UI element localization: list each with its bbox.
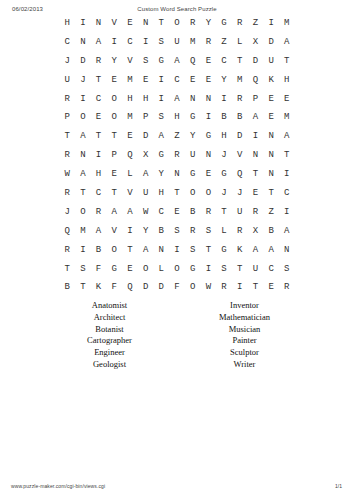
grid-cell: A xyxy=(248,108,264,127)
grid-cell: O xyxy=(75,108,91,127)
grid-cell: U xyxy=(232,203,248,222)
grid-cell: G xyxy=(216,241,232,260)
print-footer: www.puzzle-maker.com/cgi-bin/views.cgi 1… xyxy=(0,481,354,489)
grid-cell: D xyxy=(153,278,169,297)
grid-cell: C xyxy=(169,71,185,90)
grid-cell: Y xyxy=(106,52,122,71)
grid-cell: E xyxy=(263,108,279,127)
grid-cell: N xyxy=(201,146,217,165)
grid-cell: Q xyxy=(248,71,264,90)
grid-cell: T xyxy=(169,184,185,203)
grid-cell: T xyxy=(75,184,91,203)
grid-cell: L xyxy=(216,222,232,241)
grid-cell: O xyxy=(169,260,185,279)
grid-cell: I xyxy=(75,241,91,260)
word-list-item: Musician xyxy=(177,324,312,336)
grid-cell: P xyxy=(59,108,75,127)
grid-cell: P xyxy=(106,146,122,165)
grid-cell: E xyxy=(201,165,217,184)
word-list: AnatomistArchitectBotanistCartographerEn… xyxy=(42,300,312,371)
grid-cell: I xyxy=(75,14,91,33)
grid-cell: T xyxy=(232,52,248,71)
grid-cell: I xyxy=(201,260,217,279)
grid-cell: E xyxy=(138,71,154,90)
grid-cell: Q xyxy=(185,52,201,71)
grid-cell: R xyxy=(59,90,75,109)
grid-cell: G xyxy=(185,108,201,127)
grid-cell: E xyxy=(263,278,279,297)
grid-cell: Q xyxy=(122,146,138,165)
grid-cell: A xyxy=(75,127,91,146)
grid-cell: C xyxy=(153,203,169,222)
grid-cell: T xyxy=(91,127,107,146)
grid-cell: G xyxy=(153,146,169,165)
grid-cell: H xyxy=(216,127,232,146)
grid-cell: O xyxy=(185,278,201,297)
grid-cell: R xyxy=(59,146,75,165)
grid-cell: N xyxy=(75,33,91,52)
grid-cell: A xyxy=(122,203,138,222)
grid-cell: C xyxy=(263,260,279,279)
grid-cell: J xyxy=(59,52,75,71)
grid-cell: H xyxy=(153,184,169,203)
grid-cell: R xyxy=(248,203,264,222)
grid-cell: T xyxy=(59,260,75,279)
grid-cell: C xyxy=(122,33,138,52)
grid-cell: E xyxy=(279,90,295,109)
grid-cell: T xyxy=(122,241,138,260)
grid-cell: A xyxy=(91,222,107,241)
grid-cell: B xyxy=(91,241,107,260)
grid-cell: A xyxy=(138,165,154,184)
grid-cell: A xyxy=(279,127,295,146)
grid-cell: Z xyxy=(169,127,185,146)
grid-cell: E xyxy=(201,52,217,71)
grid-cell: C xyxy=(279,184,295,203)
grid-cell: V xyxy=(122,184,138,203)
grid-cell: E xyxy=(91,108,107,127)
grid-cell: M xyxy=(75,222,91,241)
grid-cell: R xyxy=(232,90,248,109)
grid-cell: Y xyxy=(201,14,217,33)
grid-cell: Q xyxy=(122,278,138,297)
grid-cell: U xyxy=(248,260,264,279)
word-list-column-right: InventorMathematicianMusicianPainterScul… xyxy=(177,300,312,371)
grid-cell: R xyxy=(216,278,232,297)
grid-cell: W xyxy=(59,165,75,184)
word-list-item: Sculptor xyxy=(177,347,312,359)
grid-cell: G xyxy=(106,260,122,279)
grid-cell: Z xyxy=(248,14,264,33)
grid-cell: Y xyxy=(216,71,232,90)
grid-cell: E xyxy=(185,71,201,90)
grid-cell: M xyxy=(122,71,138,90)
grid-cell: I xyxy=(138,33,154,52)
grid-cell: B xyxy=(185,203,201,222)
grid-cell: J xyxy=(216,146,232,165)
grid-cell: R xyxy=(232,14,248,33)
grid-cell: T xyxy=(106,127,122,146)
grid-cell: E xyxy=(106,165,122,184)
grid-cell: R xyxy=(91,203,107,222)
grid-cell: J xyxy=(59,203,75,222)
grid-cell: H xyxy=(279,71,295,90)
grid-cell: O xyxy=(75,203,91,222)
grid-cell: B xyxy=(153,222,169,241)
grid-cell: F xyxy=(169,278,185,297)
grid-cell: X xyxy=(248,33,264,52)
word-list-item: Mathematician xyxy=(177,312,312,324)
grid-cell: H xyxy=(59,14,75,33)
grid-cell: N xyxy=(185,90,201,109)
grid-cell: R xyxy=(185,222,201,241)
grid-cell: T xyxy=(263,184,279,203)
grid-cell: P xyxy=(138,108,154,127)
grid-cell: I xyxy=(263,14,279,33)
grid-cell: I xyxy=(232,278,248,297)
grid-cell: S xyxy=(75,260,91,279)
grid-cell: E xyxy=(169,203,185,222)
grid-cell: H xyxy=(138,90,154,109)
grid-cell: Q xyxy=(59,222,75,241)
grid-cell: R xyxy=(185,14,201,33)
grid-cell: I xyxy=(169,241,185,260)
grid-cell: A xyxy=(91,33,107,52)
grid-cell: T xyxy=(106,184,122,203)
grid-cell: X xyxy=(138,146,154,165)
grid-cell: O xyxy=(106,241,122,260)
grid-cell: D xyxy=(138,127,154,146)
grid-cell: O xyxy=(169,14,185,33)
grid-cell: M xyxy=(232,71,248,90)
grid-cell: I xyxy=(106,33,122,52)
grid-cell: N xyxy=(263,165,279,184)
grid-cell: W xyxy=(138,203,154,222)
grid-cell: S xyxy=(169,222,185,241)
grid-cell: D xyxy=(263,33,279,52)
grid-cell: I xyxy=(91,146,107,165)
grid-cell: S xyxy=(153,108,169,127)
word-list-item: Painter xyxy=(177,335,312,347)
grid-cell: A xyxy=(279,33,295,52)
grid-cell: N xyxy=(75,146,91,165)
grid-cell: O xyxy=(106,108,122,127)
grid-cell: U xyxy=(263,52,279,71)
grid-cell: T xyxy=(75,278,91,297)
grid-cell: G xyxy=(216,14,232,33)
grid-cell: N xyxy=(263,146,279,165)
grid-cell: M xyxy=(122,108,138,127)
grid-cell: O xyxy=(201,184,217,203)
grid-cell: R xyxy=(59,241,75,260)
grid-cell: N xyxy=(91,14,107,33)
grid-cell: V xyxy=(122,52,138,71)
grid-cell: C xyxy=(91,184,107,203)
grid-cell: K xyxy=(263,71,279,90)
grid-cell: R xyxy=(201,33,217,52)
grid-cell: T xyxy=(201,241,217,260)
grid-cell: N xyxy=(279,241,295,260)
word-list-item: Architect xyxy=(42,312,177,324)
grid-cell: T xyxy=(59,127,75,146)
grid-cell: M xyxy=(185,33,201,52)
grid-cell: I xyxy=(153,71,169,90)
grid-cell: E xyxy=(122,127,138,146)
grid-cell: U xyxy=(138,184,154,203)
grid-cell: T xyxy=(232,260,248,279)
grid-cell: X xyxy=(248,222,264,241)
grid-cell: T xyxy=(279,146,295,165)
grid-cell: V xyxy=(106,222,122,241)
grid-cell: Y xyxy=(153,165,169,184)
grid-cell: S xyxy=(216,260,232,279)
print-page: 06/02/2013 Custom Word Search Puzzle HIN… xyxy=(0,0,354,500)
grid-cell: K xyxy=(91,278,107,297)
grid-cell: A xyxy=(106,203,122,222)
grid-cell: N xyxy=(201,90,217,109)
grid-cell: A xyxy=(248,241,264,260)
grid-cell: D xyxy=(232,127,248,146)
grid-cell: N xyxy=(153,241,169,260)
grid-cell: E xyxy=(122,14,138,33)
grid-cell: A xyxy=(75,165,91,184)
grid-cell: Q xyxy=(232,165,248,184)
grid-cell: U xyxy=(185,146,201,165)
grid-cell: B xyxy=(59,278,75,297)
page-title: Custom Word Search Puzzle xyxy=(0,6,354,12)
grid-cell: J xyxy=(75,71,91,90)
grid-cell: T xyxy=(91,71,107,90)
grid-cell: G xyxy=(185,165,201,184)
grid-cell: R xyxy=(59,184,75,203)
grid-cell: N xyxy=(248,146,264,165)
word-list-column-left: AnatomistArchitectBotanistCartographerEn… xyxy=(42,300,177,371)
grid-cell: P xyxy=(248,90,264,109)
grid-cell: I xyxy=(153,90,169,109)
grid-cell: E xyxy=(201,71,217,90)
grid-cell: G xyxy=(185,260,201,279)
word-list-item: Botanist xyxy=(42,324,177,336)
grid-cell: I xyxy=(216,90,232,109)
grid-cell: R xyxy=(201,203,217,222)
grid-cell: A xyxy=(169,90,185,109)
grid-cell: A xyxy=(279,222,295,241)
grid-cell: N xyxy=(169,165,185,184)
grid-cell: S xyxy=(201,222,217,241)
grid-cell: F xyxy=(106,278,122,297)
grid-cell: L xyxy=(232,33,248,52)
grid-cell: E xyxy=(122,260,138,279)
grid-cell: S xyxy=(138,52,154,71)
grid-cell: A xyxy=(169,52,185,71)
grid-cell: U xyxy=(169,33,185,52)
grid-cell: I xyxy=(279,203,295,222)
grid-cell: H xyxy=(122,90,138,109)
grid-cell: I xyxy=(279,165,295,184)
grid-cell: I xyxy=(248,127,264,146)
grid-cell: Z xyxy=(216,33,232,52)
grid-cell: I xyxy=(122,222,138,241)
grid-cell: B xyxy=(216,108,232,127)
grid-cell: B xyxy=(232,108,248,127)
grid-cell: U xyxy=(59,71,75,90)
grid-cell: K xyxy=(232,241,248,260)
grid-cell: D xyxy=(75,52,91,71)
grid-cell: E xyxy=(106,71,122,90)
grid-cell: H xyxy=(91,165,107,184)
grid-cell: Y xyxy=(185,127,201,146)
grid-cell: I xyxy=(75,90,91,109)
grid-cell: B xyxy=(263,222,279,241)
grid-cell: O xyxy=(138,260,154,279)
grid-cell: L xyxy=(122,165,138,184)
grid-cell: W xyxy=(201,278,217,297)
grid-cell: J xyxy=(216,184,232,203)
grid-cell: V xyxy=(106,14,122,33)
grid-cell: D xyxy=(248,52,264,71)
grid-cell: T xyxy=(248,165,264,184)
grid-cell: R xyxy=(169,146,185,165)
grid-cell: M xyxy=(279,108,295,127)
word-list-item: Engineer xyxy=(42,347,177,359)
grid-cell: A xyxy=(263,241,279,260)
page-number: 1/1 xyxy=(335,483,342,489)
grid-cell: Y xyxy=(138,222,154,241)
word-list-item: Inventor xyxy=(177,300,312,312)
grid-cell: T xyxy=(153,14,169,33)
grid-cell: S xyxy=(185,241,201,260)
grid-cell: T xyxy=(216,203,232,222)
word-search-grid: HINVENTORYGRZIMCNAICISUMRZLXDAJDRYVSGAQE… xyxy=(0,14,354,297)
grid-cell: F xyxy=(91,260,107,279)
grid-cell: I xyxy=(201,108,217,127)
grid-cell: N xyxy=(138,14,154,33)
grid-cell: M xyxy=(279,14,295,33)
grid-cell: E xyxy=(248,184,264,203)
grid-cell: A xyxy=(138,241,154,260)
grid-cell: L xyxy=(153,260,169,279)
grid-cell: H xyxy=(169,108,185,127)
grid-cell: G xyxy=(201,127,217,146)
grid-cell: D xyxy=(138,278,154,297)
grid-cell: C xyxy=(216,52,232,71)
grid-cell: Z xyxy=(263,203,279,222)
word-list-item: Writer xyxy=(177,359,312,371)
grid-cell: V xyxy=(232,146,248,165)
grid-cell: G xyxy=(153,52,169,71)
grid-cell: T xyxy=(279,52,295,71)
grid-cell: R xyxy=(91,52,107,71)
grid-cell: R xyxy=(232,222,248,241)
word-list-item: Geologist xyxy=(42,359,177,371)
grid-cell: A xyxy=(153,127,169,146)
word-list-item: Cartographer xyxy=(42,335,177,347)
word-list-item: Anatomist xyxy=(42,300,177,312)
grid-cell: N xyxy=(263,127,279,146)
grid-cell: S xyxy=(153,33,169,52)
grid-cell: C xyxy=(91,90,107,109)
grid-cell: S xyxy=(279,260,295,279)
grid-cell: E xyxy=(263,90,279,109)
print-url: www.puzzle-maker.com/cgi-bin/views.cgi xyxy=(11,483,105,489)
grid-cell: C xyxy=(59,33,75,52)
grid-cell: R xyxy=(279,278,295,297)
grid-cell: J xyxy=(232,184,248,203)
grid-cell: G xyxy=(216,165,232,184)
grid-cell: T xyxy=(248,278,264,297)
grid-cell: O xyxy=(185,184,201,203)
grid-cell: O xyxy=(106,90,122,109)
